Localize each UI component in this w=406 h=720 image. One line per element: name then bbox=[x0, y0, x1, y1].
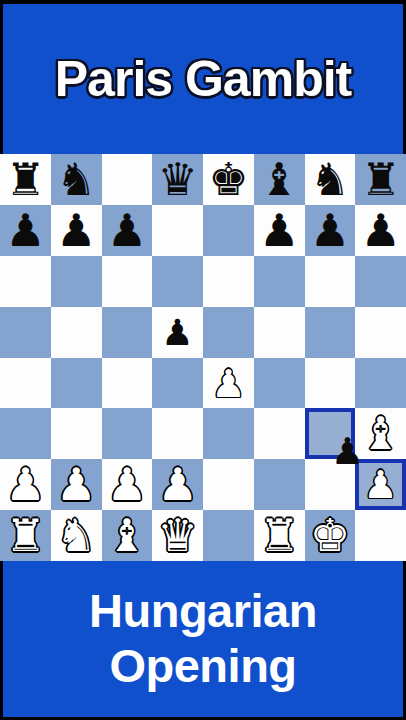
square-f4[interactable] bbox=[254, 358, 305, 409]
square-c8[interactable] bbox=[102, 154, 153, 205]
square-f6[interactable] bbox=[254, 256, 305, 307]
piece-black-knight[interactable]: ♞ bbox=[51, 154, 102, 205]
opening-subtitle-line2: Opening bbox=[109, 639, 296, 694]
square-b1[interactable]: ♞ bbox=[51, 510, 102, 561]
square-f8[interactable]: ♝ bbox=[254, 154, 305, 205]
piece-black-pawn[interactable]: ♟ bbox=[102, 205, 153, 256]
square-b5[interactable] bbox=[51, 307, 102, 358]
piece-black-pawn[interactable]: ♟ bbox=[355, 205, 406, 256]
piece-black-pawn[interactable]: ♟ bbox=[254, 205, 305, 256]
square-b4[interactable] bbox=[51, 358, 102, 409]
square-h7[interactable]: ♟ bbox=[355, 205, 406, 256]
square-c1[interactable]: ♝ bbox=[102, 510, 153, 561]
square-e8[interactable]: ♚ bbox=[203, 154, 254, 205]
square-a6[interactable] bbox=[0, 256, 51, 307]
piece-black-rook[interactable]: ♜ bbox=[0, 154, 51, 205]
square-e3[interactable] bbox=[203, 408, 254, 459]
square-b2[interactable]: ♟ bbox=[51, 459, 102, 510]
chess-board[interactable]: ♜♞♛♚♝♞♜♟♟♟♟♟♟♟♟♟♝♟♟♟♟♟♜♞♝♛♜♚ bbox=[0, 154, 406, 561]
piece-black-pawn[interactable]: ♟ bbox=[305, 205, 356, 256]
square-h2[interactable]: ♟ bbox=[355, 459, 406, 510]
square-c2[interactable]: ♟ bbox=[102, 459, 153, 510]
piece-black-king[interactable]: ♚ bbox=[203, 154, 254, 205]
opening-title-banner: Paris Gambit bbox=[3, 4, 403, 154]
square-a1[interactable]: ♜ bbox=[0, 510, 51, 561]
square-d3[interactable] bbox=[152, 408, 203, 459]
piece-white-queen[interactable]: ♛ bbox=[152, 510, 203, 561]
square-h3[interactable]: ♝ bbox=[355, 408, 406, 459]
square-c3[interactable] bbox=[102, 408, 153, 459]
square-d4[interactable] bbox=[152, 358, 203, 409]
piece-white-pawn[interactable]: ♟ bbox=[152, 459, 203, 510]
piece-white-pawn[interactable]: ♟ bbox=[0, 459, 51, 510]
square-e4[interactable]: ♟ bbox=[203, 358, 254, 409]
piece-black-queen[interactable]: ♛ bbox=[152, 154, 203, 205]
square-e1[interactable] bbox=[203, 510, 254, 561]
square-h4[interactable] bbox=[355, 358, 406, 409]
piece-white-bishop[interactable]: ♝ bbox=[355, 408, 406, 459]
piece-black-knight[interactable]: ♞ bbox=[305, 154, 356, 205]
square-d1[interactable]: ♛ bbox=[152, 510, 203, 561]
square-g4[interactable] bbox=[305, 358, 356, 409]
square-g7[interactable]: ♟ bbox=[305, 205, 356, 256]
square-h8[interactable]: ♜ bbox=[355, 154, 406, 205]
square-h5[interactable] bbox=[355, 307, 406, 358]
piece-black-pawn[interactable]: ♟ bbox=[157, 312, 198, 353]
opening-subtitle-banner: Hungarian Opening bbox=[3, 561, 403, 717]
square-c7[interactable]: ♟ bbox=[102, 205, 153, 256]
square-a2[interactable]: ♟ bbox=[0, 459, 51, 510]
square-h6[interactable] bbox=[355, 256, 406, 307]
piece-black-pawn[interactable]: ♟ bbox=[0, 205, 51, 256]
square-f2[interactable] bbox=[254, 459, 305, 510]
square-e5[interactable] bbox=[203, 307, 254, 358]
square-d2[interactable]: ♟ bbox=[152, 459, 203, 510]
piece-white-pawn[interactable]: ♟ bbox=[359, 463, 402, 506]
piece-white-knight[interactable]: ♞ bbox=[51, 510, 102, 561]
piece-white-king[interactable]: ♚ bbox=[305, 510, 356, 561]
square-b6[interactable] bbox=[51, 256, 102, 307]
piece-white-bishop[interactable]: ♝ bbox=[102, 510, 153, 561]
square-a4[interactable] bbox=[0, 358, 51, 409]
piece-white-pawn[interactable]: ♟ bbox=[207, 361, 250, 404]
square-e7[interactable] bbox=[203, 205, 254, 256]
piece-black-rook[interactable]: ♜ bbox=[355, 154, 406, 205]
piece-white-rook[interactable]: ♜ bbox=[0, 510, 51, 561]
square-c5[interactable] bbox=[102, 307, 153, 358]
square-d6[interactable] bbox=[152, 256, 203, 307]
piece-white-rook[interactable]: ♜ bbox=[254, 510, 305, 561]
square-d5[interactable]: ♟ bbox=[152, 307, 203, 358]
square-b3[interactable] bbox=[51, 408, 102, 459]
square-e6[interactable] bbox=[203, 256, 254, 307]
square-g5[interactable] bbox=[305, 307, 356, 358]
piece-black-pawn[interactable]: ♟ bbox=[51, 205, 102, 256]
square-c6[interactable] bbox=[102, 256, 153, 307]
video-frame: Paris Gambit ♜♞♛♚♝♞♜♟♟♟♟♟♟♟♟♟♝♟♟♟♟♟♜♞♝♛♜… bbox=[0, 0, 406, 720]
square-a8[interactable]: ♜ bbox=[0, 154, 51, 205]
square-f5[interactable] bbox=[254, 307, 305, 358]
square-a5[interactable] bbox=[0, 307, 51, 358]
square-g3[interactable]: ♟ bbox=[305, 408, 356, 459]
opening-title-text: Paris Gambit bbox=[55, 50, 351, 108]
piece-white-pawn[interactable]: ♟ bbox=[102, 459, 153, 510]
square-c4[interactable] bbox=[102, 358, 153, 409]
square-a7[interactable]: ♟ bbox=[0, 205, 51, 256]
square-e2[interactable] bbox=[203, 459, 254, 510]
square-f7[interactable]: ♟ bbox=[254, 205, 305, 256]
square-f1[interactable]: ♜ bbox=[254, 510, 305, 561]
piece-white-pawn[interactable]: ♟ bbox=[51, 459, 102, 510]
square-g6[interactable] bbox=[305, 256, 356, 307]
square-f3[interactable] bbox=[254, 408, 305, 459]
square-g8[interactable]: ♞ bbox=[305, 154, 356, 205]
square-a3[interactable] bbox=[0, 408, 51, 459]
square-d8[interactable]: ♛ bbox=[152, 154, 203, 205]
square-b8[interactable]: ♞ bbox=[51, 154, 102, 205]
square-b7[interactable]: ♟ bbox=[51, 205, 102, 256]
square-d7[interactable] bbox=[152, 205, 203, 256]
piece-black-bishop[interactable]: ♝ bbox=[254, 154, 305, 205]
square-h1[interactable] bbox=[355, 510, 406, 561]
square-g1[interactable]: ♚ bbox=[305, 510, 356, 561]
opening-subtitle-line1: Hungarian bbox=[89, 584, 317, 639]
